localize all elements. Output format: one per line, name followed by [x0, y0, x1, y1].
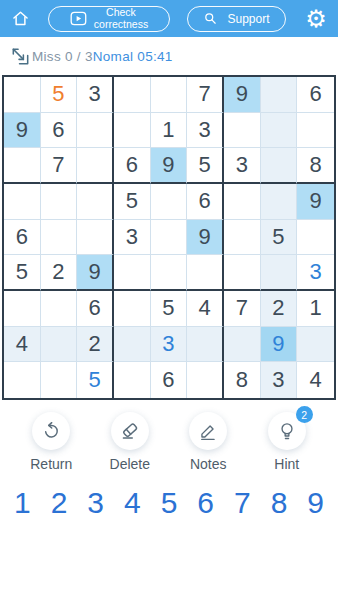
cell-r9c3[interactable]: 5 [77, 362, 114, 398]
miss-counter: Miss 0 / 3 [32, 49, 93, 64]
home-icon [10, 8, 31, 29]
numpad-9[interactable]: 9 [297, 486, 334, 520]
home-button[interactable] [9, 8, 31, 30]
cell-r4c8[interactable] [261, 184, 298, 220]
cell-r3c2[interactable]: 7 [41, 148, 78, 184]
cell-r5c8[interactable]: 5 [261, 220, 298, 256]
support-button[interactable]: Support [187, 6, 286, 32]
cell-r2c6[interactable]: 3 [187, 113, 224, 149]
cell-r9c7[interactable]: 8 [224, 362, 261, 398]
cell-r1c2[interactable]: 5 [41, 77, 78, 113]
hint-button[interactable]: 2 Hint [254, 412, 320, 472]
cell-r7c9[interactable]: 1 [297, 291, 334, 327]
cell-r9c8[interactable]: 3 [261, 362, 298, 398]
cell-r3c9[interactable]: 8 [297, 148, 334, 184]
cell-r8c1[interactable]: 4 [4, 327, 41, 363]
cell-r8c3[interactable]: 2 [77, 327, 114, 363]
cell-r5c2[interactable] [41, 220, 78, 256]
cell-r2c9[interactable] [297, 113, 334, 149]
check-correctness-button[interactable]: Check correctness [48, 6, 170, 32]
cell-r6c7[interactable] [224, 255, 261, 291]
cell-r5c6[interactable]: 9 [187, 220, 224, 256]
numpad: 1 2 3 4 5 6 7 8 9 [4, 486, 334, 520]
cell-r8c2[interactable] [41, 327, 78, 363]
pencil-icon [197, 420, 219, 442]
cell-r2c8[interactable] [261, 113, 298, 149]
cell-r7c8[interactable]: 2 [261, 291, 298, 327]
cell-r6c9[interactable]: 3 [297, 255, 334, 291]
numpad-6[interactable]: 6 [187, 486, 224, 520]
cell-r9c9[interactable]: 4 [297, 362, 334, 398]
numpad-4[interactable]: 4 [114, 486, 151, 520]
cell-r7c4[interactable] [114, 291, 151, 327]
cell-r3c6[interactable]: 5 [187, 148, 224, 184]
fullscreen-button[interactable] [8, 44, 32, 68]
cell-r5c4[interactable]: 3 [114, 220, 151, 256]
top-bar: Check correctness Support ⚙ [0, 0, 338, 37]
hint-badge: 2 [296, 406, 313, 423]
cell-r4c2[interactable] [41, 184, 78, 220]
cell-r4c1[interactable] [4, 184, 41, 220]
notes-button[interactable]: Notes [175, 412, 241, 472]
delete-label: Delete [110, 456, 150, 472]
cell-r1c4[interactable] [114, 77, 151, 113]
cell-r9c6[interactable] [187, 362, 224, 398]
cell-r6c6[interactable] [187, 255, 224, 291]
cell-r2c4[interactable] [114, 113, 151, 149]
numpad-5[interactable]: 5 [151, 486, 188, 520]
cell-r6c4[interactable] [114, 255, 151, 291]
cell-r3c7[interactable]: 3 [224, 148, 261, 184]
cell-r4c9[interactable]: 9 [297, 184, 334, 220]
cell-r5c9[interactable] [297, 220, 334, 256]
cell-r7c3[interactable]: 6 [77, 291, 114, 327]
cell-r2c5[interactable]: 1 [151, 113, 188, 149]
undo-icon [40, 420, 62, 442]
cell-r1c7[interactable]: 9 [224, 77, 261, 113]
controls-bar: Return Delete Notes [0, 412, 338, 472]
cell-r9c4[interactable] [114, 362, 151, 398]
cell-r5c3[interactable] [77, 220, 114, 256]
cell-r8c5[interactable]: 3 [151, 327, 188, 363]
cell-r3c1[interactable] [4, 148, 41, 184]
cell-r8c7[interactable] [224, 327, 261, 363]
support-label: Support [227, 12, 269, 26]
return-button[interactable]: Return [18, 412, 84, 472]
cell-r8c9[interactable] [297, 327, 334, 363]
cell-r6c2[interactable]: 2 [41, 255, 78, 291]
cell-r2c1[interactable]: 9 [4, 113, 41, 149]
cell-r5c7[interactable] [224, 220, 261, 256]
cell-r3c8[interactable] [261, 148, 298, 184]
delete-button[interactable]: Delete [97, 412, 163, 472]
cell-r1c5[interactable] [151, 77, 188, 113]
cell-r6c1[interactable]: 5 [4, 255, 41, 291]
cell-r3c5[interactable]: 9 [151, 148, 188, 184]
numpad-1[interactable]: 1 [4, 486, 41, 520]
cell-r4c3[interactable] [77, 184, 114, 220]
cell-r1c1[interactable] [4, 77, 41, 113]
check-correctness-label: Check correctness [94, 7, 148, 30]
cell-r4c4[interactable]: 5 [114, 184, 151, 220]
numpad-7[interactable]: 7 [224, 486, 261, 520]
cell-r2c7[interactable] [224, 113, 261, 149]
mode-timer: Nomal 05:41 [93, 49, 173, 64]
cell-r5c1[interactable]: 6 [4, 220, 41, 256]
search-icon [203, 11, 218, 26]
cell-r1c9[interactable]: 6 [297, 77, 334, 113]
numpad-8[interactable]: 8 [261, 486, 298, 520]
cell-r6c8[interactable] [261, 255, 298, 291]
cell-r7c6[interactable]: 4 [187, 291, 224, 327]
numpad-3[interactable]: 3 [77, 486, 114, 520]
cell-r1c3[interactable]: 3 [77, 77, 114, 113]
cell-r4c5[interactable] [151, 184, 188, 220]
cell-r3c3[interactable] [77, 148, 114, 184]
eraser-icon [119, 420, 141, 442]
sudoku-app: Check correctness Support ⚙ Miss 0 / 3 N… [0, 0, 338, 600]
video-play-icon [70, 11, 87, 26]
numpad-2[interactable]: 2 [41, 486, 78, 520]
cell-r7c1[interactable] [4, 291, 41, 327]
gear-icon: ⚙ [305, 7, 327, 31]
notes-label: Notes [190, 456, 227, 472]
status-bar: Miss 0 / 3 Nomal 05:41 [0, 37, 338, 75]
cell-r9c5[interactable]: 6 [151, 362, 188, 398]
cell-r7c5[interactable]: 5 [151, 291, 188, 327]
cell-r9c1[interactable] [4, 362, 41, 398]
hint-label: Hint [274, 456, 299, 472]
cell-r6c5[interactable] [151, 255, 188, 291]
cell-r4c7[interactable] [224, 184, 261, 220]
cell-r5c5[interactable] [151, 220, 188, 256]
cell-r7c7[interactable]: 7 [224, 291, 261, 327]
cell-r8c8[interactable]: 9 [261, 327, 298, 363]
cell-r1c6[interactable]: 7 [187, 77, 224, 113]
cell-r8c6[interactable] [187, 327, 224, 363]
cell-r1c8[interactable] [261, 77, 298, 113]
settings-button[interactable]: ⚙ [303, 6, 329, 32]
resize-diagonal-icon [9, 45, 32, 68]
lightbulb-icon [276, 420, 298, 442]
cell-r2c3[interactable] [77, 113, 114, 149]
cell-r6c3[interactable]: 9 [77, 255, 114, 291]
cell-r4c6[interactable]: 6 [187, 184, 224, 220]
sudoku-board: 5379696137695385696395529365472142395683… [2, 75, 336, 400]
cell-r9c2[interactable] [41, 362, 78, 398]
cell-r3c4[interactable]: 6 [114, 148, 151, 184]
cell-r8c4[interactable] [114, 327, 151, 363]
cell-r2c2[interactable]: 6 [41, 113, 78, 149]
return-label: Return [30, 456, 72, 472]
cell-r7c2[interactable] [41, 291, 78, 327]
